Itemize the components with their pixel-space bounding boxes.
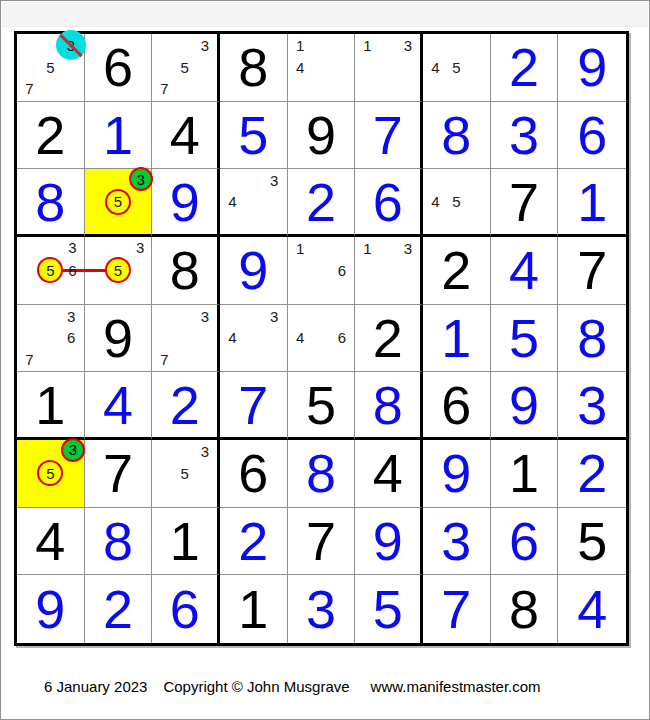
digit-solved: 3 xyxy=(558,372,626,437)
candidate-pos-9 xyxy=(331,78,352,100)
candidate-pos-3: 3 xyxy=(264,306,285,328)
candidate-pos-1 xyxy=(425,35,446,57)
candidate-pos-7: 7 xyxy=(19,78,40,100)
candidate-pos-1 xyxy=(154,306,174,328)
candidate-pos-6 xyxy=(195,463,215,485)
candidate-pos-2 xyxy=(37,238,63,257)
candidate-pos-5 xyxy=(175,327,195,349)
cell-r9c6[interactable]: 5 xyxy=(355,575,423,643)
candidate-grid: 35 xyxy=(152,440,217,507)
cell-r4c5[interactable]: 16 xyxy=(288,237,356,305)
cell-r5c4[interactable]: 34 xyxy=(220,305,288,373)
digit-solved: 7 xyxy=(355,102,420,169)
candidate-pos-9 xyxy=(195,349,215,371)
digit-given: 6 xyxy=(85,34,152,101)
candidate-pos-6 xyxy=(467,57,488,79)
digit-solved: 7 xyxy=(423,575,490,643)
candidate-pos-2 xyxy=(40,306,61,328)
red-circled-candidate: 5 xyxy=(37,460,63,486)
cell-r4c6[interactable]: 13 xyxy=(355,237,423,305)
digit-solved: 9 xyxy=(152,169,217,234)
cell-r3c6[interactable]: 6 xyxy=(355,169,423,237)
candidate-pos-9 xyxy=(195,78,215,100)
cell-r9c4[interactable]: 1 xyxy=(220,575,288,643)
cell-r7c6[interactable]: 4 xyxy=(355,440,423,508)
cell-r6c6[interactable]: 8 xyxy=(355,372,423,440)
digit-solved: 6 xyxy=(558,102,626,169)
candidate-pos-2 xyxy=(378,35,398,57)
cell-r6c1[interactable]: 1 xyxy=(17,372,85,440)
sudoku-grid: 5736357814134529214597836853934264571356… xyxy=(14,31,629,646)
candidate-grid: 45 xyxy=(423,169,490,234)
cell-r4c2[interactable]: 35 xyxy=(85,237,153,305)
candidate-pos-1 xyxy=(19,306,40,328)
candidate-pos-5: 5 xyxy=(40,57,61,79)
cell-r7c9[interactable]: 2 xyxy=(558,440,626,508)
candidate-pos-1: 1 xyxy=(290,35,311,57)
candidate-pos-8 xyxy=(311,349,332,371)
candidate-pos-9 xyxy=(467,78,488,100)
candidate-pos-3 xyxy=(467,35,488,57)
cell-r5c2[interactable]: 9 xyxy=(85,305,153,373)
candidate-pos-4: 4 xyxy=(222,191,243,212)
candidate-pos-8 xyxy=(446,212,467,233)
candidate-pos-8 xyxy=(37,486,63,505)
candidate-grid: 357 xyxy=(152,34,217,101)
digit-given: 6 xyxy=(220,440,287,507)
candidate-pos-4 xyxy=(290,260,311,282)
candidate-pos-5 xyxy=(311,260,332,282)
candidate-pos-5: 5 xyxy=(175,57,195,79)
digit-given: 4 xyxy=(17,508,84,575)
footer-date: 6 January 2023 xyxy=(44,678,147,695)
digit-solved: 9 xyxy=(220,237,287,304)
cell-r6c9[interactable]: 3 xyxy=(558,372,626,440)
candidate-grid: 45 xyxy=(423,34,490,101)
candidate-pos-2 xyxy=(378,238,398,260)
candidate-pos-8 xyxy=(105,283,131,302)
candidate-pos-9 xyxy=(195,484,215,506)
candidate-pos-9 xyxy=(61,349,82,371)
digit-solved: 2 xyxy=(85,575,152,643)
candidate-pos-4 xyxy=(154,57,174,79)
digit-given: 7 xyxy=(288,508,355,575)
digit-solved: 5 xyxy=(355,575,420,643)
digit-solved: 8 xyxy=(85,508,152,575)
candidate-pos-4 xyxy=(154,327,174,349)
candidate-pos-9 xyxy=(467,212,488,233)
cell-r3c7[interactable]: 45 xyxy=(423,169,491,237)
candidate-pos-8 xyxy=(105,215,131,233)
cell-r1c8[interactable]: 2 xyxy=(491,34,559,102)
candidate-pos-5 xyxy=(243,191,264,212)
cell-r5c7[interactable]: 1 xyxy=(423,305,491,373)
candidate-pos-9 xyxy=(264,349,285,371)
candidate-pos-4 xyxy=(87,189,105,215)
candidate-pos-2 xyxy=(311,238,332,260)
candidate-grid: 356 xyxy=(17,237,84,304)
digit-solved: 8 xyxy=(17,169,84,234)
digit-given: 6 xyxy=(423,372,490,437)
cell-r3c2[interactable]: 53 xyxy=(85,169,153,237)
cell-r4c3[interactable]: 8 xyxy=(152,237,220,305)
cell-r4c8[interactable]: 4 xyxy=(491,237,559,305)
digit-given: 2 xyxy=(355,305,420,372)
cell-r8c4[interactable]: 2 xyxy=(220,508,288,576)
cell-r5c8[interactable]: 5 xyxy=(491,305,559,373)
footer-copyright: Copyright © John Musgrave xyxy=(163,678,349,695)
candidate-grid: 35 xyxy=(85,237,152,304)
candidate-pos-5: 5 xyxy=(105,257,131,283)
candidate-pos-1 xyxy=(19,35,40,57)
digit-solved: 9 xyxy=(355,508,420,575)
cell-r1c5[interactable]: 14 xyxy=(288,34,356,102)
candidate-pos-9 xyxy=(131,283,149,302)
cell-r5c5[interactable]: 46 xyxy=(288,305,356,373)
digit-given: 1 xyxy=(220,575,287,643)
cell-r1c4[interactable]: 8 xyxy=(220,34,288,102)
candidate-pos-3: 3 xyxy=(264,170,285,191)
cell-r4c1[interactable]: 356 xyxy=(17,237,85,305)
digit-given: 1 xyxy=(491,440,558,507)
digit-solved: 4 xyxy=(85,372,152,437)
digit-solved: 6 xyxy=(355,169,420,234)
candidate-pos-6 xyxy=(195,327,215,349)
cell-r3c5[interactable]: 2 xyxy=(288,169,356,237)
candidate-pos-8 xyxy=(37,283,63,302)
digit-solved: 4 xyxy=(491,237,558,304)
candidate-pos-3 xyxy=(331,306,352,328)
cell-r2c8[interactable]: 3 xyxy=(491,102,559,170)
candidate-pos-3 xyxy=(331,35,352,57)
candidate-pos-5 xyxy=(311,57,332,79)
candidate-grid: 13 xyxy=(355,34,420,101)
candidate-pos-6 xyxy=(467,191,488,212)
footer: 6 January 2023Copyright © John Musgravew… xyxy=(44,678,541,695)
candidate-pos-8 xyxy=(311,78,332,100)
cell-r8c2[interactable]: 8 xyxy=(85,508,153,576)
cell-r1c3[interactable]: 357 xyxy=(152,34,220,102)
cell-r2c2[interactable]: 1 xyxy=(85,102,153,170)
digit-solved: 7 xyxy=(220,372,287,437)
digit-solved: 9 xyxy=(423,440,490,507)
eliminated-candidate-cyan: 3 xyxy=(56,30,86,60)
candidate-pos-6: 6 xyxy=(63,257,81,283)
green-circled-candidate: 3 xyxy=(129,167,153,191)
candidate-pos-7 xyxy=(154,484,174,506)
cell-r9c1[interactable]: 9 xyxy=(17,575,85,643)
cell-r8c7[interactable]: 3 xyxy=(423,508,491,576)
candidate-pos-1 xyxy=(290,306,311,328)
cell-r6c7[interactable]: 6 xyxy=(423,372,491,440)
candidate-pos-8 xyxy=(446,78,467,100)
digit-solved: 3 xyxy=(423,508,490,575)
cell-r8c1[interactable]: 4 xyxy=(17,508,85,576)
candidate-grid: 34 xyxy=(220,305,287,372)
cell-r7c2[interactable]: 7 xyxy=(85,440,153,508)
candidate-pos-2 xyxy=(105,170,131,188)
cell-r6c4[interactable]: 7 xyxy=(220,372,288,440)
red-circled-candidate: 5 xyxy=(105,189,131,215)
cell-r7c8[interactable]: 1 xyxy=(491,440,559,508)
cell-r6c2[interactable]: 4 xyxy=(85,372,153,440)
candidate-pos-1 xyxy=(425,170,446,191)
candidate-pos-9 xyxy=(398,78,418,100)
candidate-pos-2 xyxy=(243,306,264,328)
candidate-pos-5: 5 xyxy=(37,460,63,486)
digit-solved: 9 xyxy=(558,34,626,101)
candidate-pos-4 xyxy=(87,257,105,283)
red-circled-candidate: 5 xyxy=(105,257,131,283)
cell-r3c9[interactable]: 1 xyxy=(558,169,626,237)
digit-solved: 3 xyxy=(491,102,558,169)
candidate-pos-5: 5 xyxy=(446,191,467,212)
candidate-pos-1: 1 xyxy=(357,238,377,260)
candidate-pos-7 xyxy=(222,349,243,371)
candidate-pos-2 xyxy=(175,306,195,328)
candidate-pos-6: 6 xyxy=(61,327,82,349)
candidate-grid: 34 xyxy=(220,169,287,234)
candidate-grid: 14 xyxy=(288,34,355,101)
cell-r7c3[interactable]: 35 xyxy=(152,440,220,508)
candidate-pos-1 xyxy=(154,441,174,463)
cell-r1c7[interactable]: 45 xyxy=(423,34,491,102)
candidate-pos-2 xyxy=(446,170,467,191)
digit-solved: 2 xyxy=(220,508,287,575)
candidate-pos-4 xyxy=(357,260,377,282)
cell-r1c2[interactable]: 6 xyxy=(85,34,153,102)
digit-solved: 8 xyxy=(355,372,420,437)
candidate-pos-1: 1 xyxy=(290,238,311,260)
candidate-pos-7 xyxy=(19,486,37,505)
cell-r2c6[interactable]: 7 xyxy=(355,102,423,170)
candidate-pos-2 xyxy=(37,441,63,460)
cell-r2c9[interactable]: 6 xyxy=(558,102,626,170)
candidate-pos-7 xyxy=(425,78,446,100)
digit-given: 5 xyxy=(558,508,626,575)
cell-r8c9[interactable]: 5 xyxy=(558,508,626,576)
candidate-pos-2 xyxy=(311,35,332,57)
cell-r9c8[interactable]: 8 xyxy=(491,575,559,643)
digit-solved: 9 xyxy=(17,575,84,643)
cell-r9c3[interactable]: 6 xyxy=(152,575,220,643)
candidate-pos-6 xyxy=(264,327,285,349)
candidate-pos-7 xyxy=(87,215,105,233)
candidate-grid: 13 xyxy=(355,237,420,304)
digit-given: 1 xyxy=(152,508,217,575)
candidate-pos-8 xyxy=(378,281,398,303)
candidate-pos-1 xyxy=(222,170,243,191)
digit-solved: 8 xyxy=(423,102,490,169)
cell-r2c5[interactable]: 9 xyxy=(288,102,356,170)
cell-r3c3[interactable]: 9 xyxy=(152,169,220,237)
cell-r3c1[interactable]: 8 xyxy=(17,169,85,237)
cell-r1c6[interactable]: 13 xyxy=(355,34,423,102)
candidate-pos-7: 7 xyxy=(154,349,174,371)
candidate-pos-4 xyxy=(19,460,37,486)
candidate-pos-6 xyxy=(398,260,418,282)
cell-r8c5[interactable]: 7 xyxy=(288,508,356,576)
candidate-pos-5 xyxy=(378,260,398,282)
candidate-pos-9 xyxy=(63,283,81,302)
digit-solved: 6 xyxy=(491,508,558,575)
sudoku-page: 5736357814134529214597836853934264571356… xyxy=(0,0,650,720)
candidate-pos-8 xyxy=(175,78,195,100)
candidate-pos-1 xyxy=(19,238,37,257)
candidate-pos-8 xyxy=(175,349,195,371)
candidate-pos-9 xyxy=(331,281,352,303)
candidate-pos-7 xyxy=(357,78,377,100)
candidate-pos-7 xyxy=(290,78,311,100)
candidate-pos-3: 3 xyxy=(131,238,149,257)
candidate-pos-3 xyxy=(467,170,488,191)
digit-solved: 6 xyxy=(152,575,217,643)
digit-given: 8 xyxy=(152,237,217,304)
digit-solved: 2 xyxy=(491,34,558,101)
cell-r6c8[interactable]: 9 xyxy=(491,372,559,440)
candidate-pos-3: 3 xyxy=(61,306,82,328)
cell-r8c6[interactable]: 9 xyxy=(355,508,423,576)
cell-r5c6[interactable]: 2 xyxy=(355,305,423,373)
candidate-pos-3 xyxy=(331,238,352,260)
digit-solved: 2 xyxy=(558,440,626,507)
digit-solved: 9 xyxy=(491,372,558,437)
digit-given: 7 xyxy=(491,169,558,234)
cell-r9c9[interactable]: 4 xyxy=(558,575,626,643)
digit-solved: 1 xyxy=(558,169,626,234)
cell-r9c7[interactable]: 7 xyxy=(423,575,491,643)
header-strip xyxy=(2,2,648,27)
digit-solved: 8 xyxy=(558,305,626,372)
candidate-pos-5 xyxy=(378,57,398,79)
candidate-pos-8 xyxy=(378,78,398,100)
cell-r7c5[interactable]: 8 xyxy=(288,440,356,508)
candidate-pos-2 xyxy=(105,238,131,257)
cell-r5c1[interactable]: 367 xyxy=(17,305,85,373)
candidate-pos-3: 3 xyxy=(398,238,418,260)
elimination-slash-icon xyxy=(59,33,82,56)
footer-website: www.manifestmaster.com xyxy=(371,678,541,695)
candidate-pos-8 xyxy=(175,484,195,506)
digit-solved: 1 xyxy=(423,305,490,372)
cell-r2c7[interactable]: 8 xyxy=(423,102,491,170)
candidate-pos-7 xyxy=(357,281,377,303)
digit-solved: 5 xyxy=(220,102,287,169)
candidate-pos-1: 1 xyxy=(357,35,377,57)
candidate-pos-2 xyxy=(243,170,264,191)
digit-given: 7 xyxy=(558,237,626,304)
digit-given: 8 xyxy=(491,575,558,643)
cell-r1c9[interactable]: 9 xyxy=(558,34,626,102)
cell-r7c7[interactable]: 9 xyxy=(423,440,491,508)
cell-r4c9[interactable]: 7 xyxy=(558,237,626,305)
digit-given: 7 xyxy=(85,440,152,507)
candidate-pos-4 xyxy=(19,327,40,349)
candidate-pos-7: 7 xyxy=(154,78,174,100)
candidate-pos-6 xyxy=(63,460,81,486)
candidate-grid: 46 xyxy=(288,305,355,372)
candidate-pos-7: 7 xyxy=(19,349,40,371)
digit-solved: 2 xyxy=(288,169,355,234)
candidate-pos-5 xyxy=(40,327,61,349)
digit-solved: 5 xyxy=(491,305,558,372)
cell-r4c4[interactable]: 9 xyxy=(220,237,288,305)
cell-r7c4[interactable]: 6 xyxy=(220,440,288,508)
cell-r9c5[interactable]: 3 xyxy=(288,575,356,643)
candidate-pos-4: 4 xyxy=(425,191,446,212)
candidate-pos-6 xyxy=(264,191,285,212)
cell-r6c5[interactable]: 5 xyxy=(288,372,356,440)
candidate-pos-1 xyxy=(222,306,243,328)
candidate-pos-4: 4 xyxy=(425,57,446,79)
candidate-pos-1 xyxy=(87,238,105,257)
candidate-pos-1 xyxy=(87,170,105,188)
candidate-pos-7 xyxy=(425,212,446,233)
digit-solved: 3 xyxy=(288,575,355,643)
candidate-pos-4 xyxy=(154,463,174,485)
cell-r9c2[interactable]: 2 xyxy=(85,575,153,643)
cell-r8c3[interactable]: 1 xyxy=(152,508,220,576)
digit-given: 4 xyxy=(152,102,217,169)
cell-r6c3[interactable]: 2 xyxy=(152,372,220,440)
cell-r3c8[interactable]: 7 xyxy=(491,169,559,237)
candidate-pos-9 xyxy=(264,212,285,233)
cell-r2c3[interactable]: 4 xyxy=(152,102,220,170)
candidate-grid: 37 xyxy=(152,305,217,372)
candidate-pos-4: 4 xyxy=(290,327,311,349)
cell-r5c3[interactable]: 37 xyxy=(152,305,220,373)
candidate-pos-2 xyxy=(175,441,195,463)
cell-r8c8[interactable]: 6 xyxy=(491,508,559,576)
candidate-pos-3: 3 xyxy=(195,441,215,463)
cell-r7c1[interactable]: 53 xyxy=(17,440,85,508)
cell-r1c1[interactable]: 573 xyxy=(17,34,85,102)
candidate-pos-6: 6 xyxy=(331,327,352,349)
candidate-pos-9 xyxy=(61,78,82,100)
candidate-pos-2 xyxy=(311,306,332,328)
candidate-pos-5: 5 xyxy=(446,57,467,79)
candidate-pos-6 xyxy=(131,189,149,215)
candidate-pos-1 xyxy=(19,441,37,460)
candidate-pos-3: 3 xyxy=(398,35,418,57)
candidate-pos-7 xyxy=(290,349,311,371)
digit-given: 9 xyxy=(288,102,355,169)
candidate-pos-6 xyxy=(195,57,215,79)
candidate-pos-2 xyxy=(175,35,195,57)
digit-given: 5 xyxy=(288,372,355,437)
candidate-pos-8 xyxy=(40,78,61,100)
cell-r3c4[interactable]: 34 xyxy=(220,169,288,237)
candidate-grid: 16 xyxy=(288,237,355,304)
cell-r2c4[interactable]: 5 xyxy=(220,102,288,170)
candidate-pos-6: 6 xyxy=(331,260,352,282)
digit-given: 8 xyxy=(220,34,287,101)
cell-r4c7[interactable]: 2 xyxy=(423,237,491,305)
candidate-pos-6 xyxy=(398,57,418,79)
candidate-pos-5 xyxy=(311,327,332,349)
cell-r5c9[interactable]: 8 xyxy=(558,305,626,373)
candidate-pos-8 xyxy=(311,281,332,303)
candidate-pos-8 xyxy=(40,349,61,371)
red-circled-candidate: 5 xyxy=(37,257,63,283)
candidate-pos-5 xyxy=(243,327,264,349)
candidate-pos-4: 4 xyxy=(290,57,311,79)
candidate-pos-9 xyxy=(398,281,418,303)
cell-r2c1[interactable]: 2 xyxy=(17,102,85,170)
candidate-pos-6 xyxy=(331,57,352,79)
candidate-pos-2 xyxy=(446,35,467,57)
candidate-pos-4 xyxy=(357,57,377,79)
